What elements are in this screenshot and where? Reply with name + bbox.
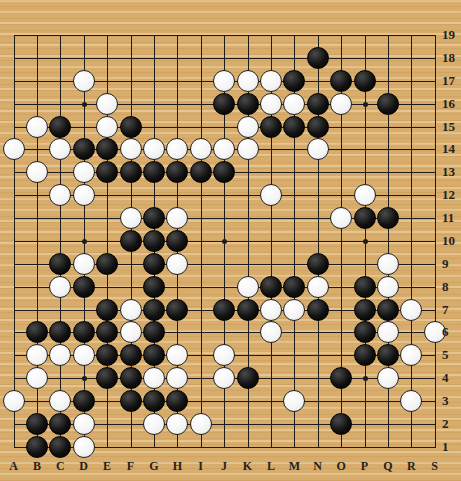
black-stone[interactable] [166, 299, 188, 321]
black-stone[interactable] [166, 390, 188, 412]
black-stone[interactable] [143, 390, 165, 412]
white-stone[interactable] [166, 253, 188, 275]
column-label: C [51, 459, 69, 474]
white-stone[interactable] [307, 138, 329, 160]
white-stone[interactable] [283, 390, 305, 412]
white-stone[interactable] [377, 253, 399, 275]
white-stone[interactable] [190, 413, 212, 435]
black-stone[interactable] [354, 321, 376, 343]
white-stone[interactable] [213, 138, 235, 160]
white-stone[interactable] [260, 70, 282, 92]
black-stone[interactable] [143, 344, 165, 366]
white-stone[interactable] [260, 299, 282, 321]
white-stone[interactable] [213, 344, 235, 366]
black-stone[interactable] [96, 161, 118, 183]
white-stone[interactable] [73, 253, 95, 275]
white-stone[interactable] [166, 413, 188, 435]
white-stone[interactable] [73, 184, 95, 206]
black-stone[interactable] [260, 116, 282, 138]
black-stone[interactable] [330, 70, 352, 92]
white-stone[interactable] [49, 344, 71, 366]
black-stone[interactable] [120, 161, 142, 183]
black-stone[interactable] [26, 413, 48, 435]
black-stone[interactable] [307, 47, 329, 69]
black-stone[interactable] [377, 299, 399, 321]
black-stone[interactable] [166, 230, 188, 252]
black-stone[interactable] [120, 390, 142, 412]
white-stone[interactable] [166, 207, 188, 229]
grid-line-v [435, 35, 436, 448]
black-stone[interactable] [166, 161, 188, 183]
white-stone[interactable] [237, 138, 259, 160]
black-stone[interactable] [283, 116, 305, 138]
white-stone[interactable] [26, 116, 48, 138]
black-stone[interactable] [237, 299, 259, 321]
column-label: N [309, 459, 327, 474]
black-stone[interactable] [354, 299, 376, 321]
grid-line-v [411, 35, 412, 448]
hoshi-point [363, 239, 368, 244]
column-label: F [122, 459, 140, 474]
black-stone[interactable] [73, 276, 95, 298]
row-label: 6 [442, 324, 461, 340]
column-label: E [98, 459, 116, 474]
hoshi-point [222, 239, 227, 244]
black-stone[interactable] [354, 70, 376, 92]
black-stone[interactable] [143, 321, 165, 343]
white-stone[interactable] [73, 161, 95, 183]
white-stone[interactable] [166, 367, 188, 389]
row-label: 9 [442, 256, 461, 272]
row-label: 12 [442, 187, 461, 203]
white-stone[interactable] [283, 93, 305, 115]
white-stone[interactable] [377, 276, 399, 298]
row-label: 19 [442, 27, 461, 43]
white-stone[interactable] [73, 436, 95, 458]
column-label: A [5, 459, 23, 474]
white-stone[interactable] [213, 70, 235, 92]
column-label: D [75, 459, 93, 474]
black-stone[interactable] [237, 367, 259, 389]
row-label: 10 [442, 233, 461, 249]
white-stone[interactable] [143, 413, 165, 435]
black-stone[interactable] [49, 436, 71, 458]
black-stone[interactable] [283, 276, 305, 298]
white-stone[interactable] [143, 367, 165, 389]
white-stone[interactable] [260, 184, 282, 206]
column-label: H [168, 459, 186, 474]
white-stone[interactable] [237, 276, 259, 298]
row-label: 13 [442, 164, 461, 180]
black-stone[interactable] [260, 276, 282, 298]
black-stone[interactable] [377, 344, 399, 366]
row-label: 2 [442, 416, 461, 432]
black-stone[interactable] [213, 93, 235, 115]
black-stone[interactable] [26, 436, 48, 458]
row-label: 18 [442, 50, 461, 66]
white-stone[interactable] [283, 299, 305, 321]
black-stone[interactable] [96, 138, 118, 160]
black-stone[interactable] [120, 116, 142, 138]
black-stone[interactable] [143, 253, 165, 275]
white-stone[interactable] [213, 367, 235, 389]
row-label: 3 [442, 393, 461, 409]
black-stone[interactable] [330, 367, 352, 389]
white-stone[interactable] [260, 321, 282, 343]
white-stone[interactable] [237, 116, 259, 138]
black-stone[interactable] [73, 390, 95, 412]
white-stone[interactable] [377, 367, 399, 389]
black-stone[interactable] [49, 413, 71, 435]
white-stone[interactable] [354, 184, 376, 206]
white-stone[interactable] [400, 299, 422, 321]
black-stone[interactable] [96, 299, 118, 321]
white-stone[interactable] [26, 344, 48, 366]
black-stone[interactable] [354, 344, 376, 366]
black-stone[interactable] [73, 138, 95, 160]
hoshi-point [82, 376, 87, 381]
go-board-screenshot: ABCDEFGHIJKLMNOPQRS 19181716151413121110… [0, 0, 461, 481]
row-label: 14 [442, 141, 461, 157]
row-label: 16 [442, 96, 461, 112]
white-stone[interactable] [400, 344, 422, 366]
hoshi-point [363, 376, 368, 381]
black-stone[interactable] [143, 207, 165, 229]
white-stone[interactable] [49, 390, 71, 412]
column-label: M [285, 459, 303, 474]
row-label: 15 [442, 119, 461, 135]
black-stone[interactable] [73, 321, 95, 343]
white-stone[interactable] [96, 116, 118, 138]
white-stone[interactable] [120, 207, 142, 229]
black-stone[interactable] [307, 299, 329, 321]
white-stone[interactable] [3, 390, 25, 412]
column-label: Q [379, 459, 397, 474]
black-stone[interactable] [120, 344, 142, 366]
white-stone[interactable] [400, 390, 422, 412]
black-stone[interactable] [354, 276, 376, 298]
black-stone[interactable] [307, 116, 329, 138]
white-stone[interactable] [330, 207, 352, 229]
black-stone[interactable] [213, 299, 235, 321]
black-stone[interactable] [96, 321, 118, 343]
white-stone[interactable] [26, 367, 48, 389]
column-label: R [402, 459, 420, 474]
row-label: 4 [442, 370, 461, 386]
row-label: 1 [442, 439, 461, 455]
black-stone[interactable] [330, 413, 352, 435]
black-stone[interactable] [49, 321, 71, 343]
hoshi-point [82, 239, 87, 244]
white-stone[interactable] [49, 184, 71, 206]
black-stone[interactable] [307, 93, 329, 115]
black-stone[interactable] [96, 367, 118, 389]
white-stone[interactable] [330, 93, 352, 115]
black-stone[interactable] [283, 70, 305, 92]
black-stone[interactable] [237, 93, 259, 115]
black-stone[interactable] [26, 321, 48, 343]
black-stone[interactable] [377, 93, 399, 115]
black-stone[interactable] [49, 253, 71, 275]
white-stone[interactable] [166, 344, 188, 366]
black-stone[interactable] [307, 253, 329, 275]
black-stone[interactable] [354, 207, 376, 229]
white-stone[interactable] [3, 138, 25, 160]
black-stone[interactable] [96, 344, 118, 366]
black-stone[interactable] [190, 161, 212, 183]
white-stone[interactable] [49, 276, 71, 298]
black-stone[interactable] [96, 253, 118, 275]
black-stone[interactable] [49, 116, 71, 138]
column-label: I [192, 459, 210, 474]
white-stone[interactable] [26, 161, 48, 183]
white-stone[interactable] [190, 138, 212, 160]
row-label: 11 [442, 210, 461, 226]
white-stone[interactable] [120, 299, 142, 321]
black-stone[interactable] [143, 161, 165, 183]
white-stone[interactable] [96, 93, 118, 115]
row-label: 8 [442, 279, 461, 295]
white-stone[interactable] [143, 138, 165, 160]
column-label: P [356, 459, 374, 474]
column-label: G [145, 459, 163, 474]
row-label: 17 [442, 73, 461, 89]
white-stone[interactable] [120, 138, 142, 160]
row-label: 5 [442, 347, 461, 363]
white-stone[interactable] [73, 344, 95, 366]
white-stone[interactable] [73, 413, 95, 435]
white-stone[interactable] [307, 276, 329, 298]
black-stone[interactable] [120, 367, 142, 389]
white-stone[interactable] [237, 70, 259, 92]
white-stone[interactable] [260, 93, 282, 115]
column-label: L [262, 459, 280, 474]
black-stone[interactable] [143, 276, 165, 298]
hoshi-point [363, 102, 368, 107]
column-label: S [426, 459, 444, 474]
hoshi-point [82, 102, 87, 107]
row-label: 7 [442, 302, 461, 318]
black-stone[interactable] [120, 230, 142, 252]
white-stone[interactable] [377, 321, 399, 343]
white-stone[interactable] [166, 138, 188, 160]
black-stone[interactable] [213, 161, 235, 183]
column-label: J [215, 459, 233, 474]
column-label: K [239, 459, 257, 474]
column-label: B [28, 459, 46, 474]
black-stone[interactable] [143, 299, 165, 321]
white-stone[interactable] [73, 70, 95, 92]
black-stone[interactable] [377, 207, 399, 229]
column-label: O [332, 459, 350, 474]
white-stone[interactable] [120, 321, 142, 343]
black-stone[interactable] [143, 230, 165, 252]
white-stone[interactable] [49, 138, 71, 160]
